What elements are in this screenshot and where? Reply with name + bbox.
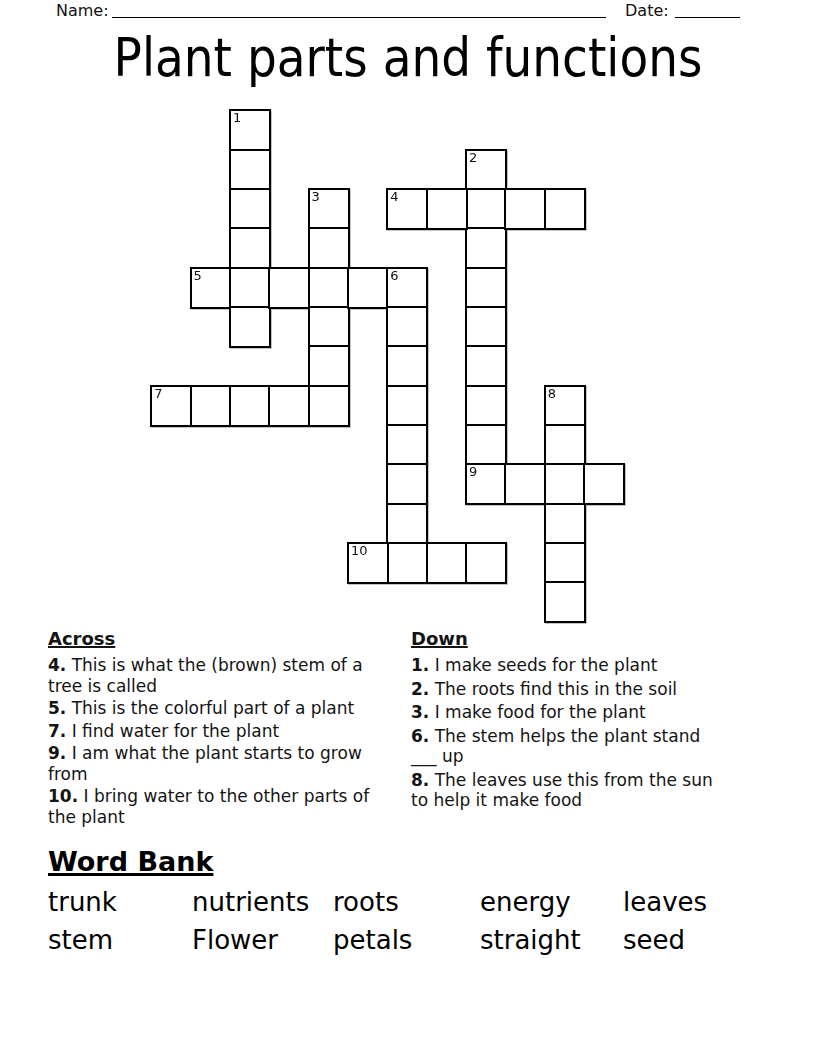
clue-text: The stem helps the plant stand ___ up	[411, 726, 700, 767]
down-clue-6: 6. The stem helps the plant stand ___ up	[411, 726, 756, 767]
word-bank-word-energy: energy	[480, 886, 571, 918]
grid-cell-r2c7[interactable]	[426, 188, 468, 230]
word-bank-word-leaves: leaves	[623, 886, 707, 918]
across-clue-list: 4. This is what the (brown) stem of a tr…	[48, 655, 410, 827]
grid-cell-r7c8[interactable]	[465, 385, 507, 427]
grid-cell-r4c4[interactable]	[308, 267, 350, 309]
grid-cell-r1c8[interactable]: 2	[465, 149, 507, 191]
down-clue-8: 8. The leaves use this from the sun to h…	[411, 770, 756, 811]
down-clue-2: 2. The roots find this in the soil	[411, 679, 756, 700]
across-clue-4: 4. This is what the (brown) stem of a tr…	[48, 655, 410, 696]
grid-cell-r8c8[interactable]	[465, 424, 507, 466]
grid-cell-r8c6[interactable]	[386, 424, 428, 466]
cell-number-4: 4	[390, 190, 398, 203]
page-title: Plant parts and functions	[53, 28, 763, 88]
word-bank-word-straight: straight	[480, 924, 581, 956]
grid-cell-r2c4[interactable]: 3	[308, 188, 350, 230]
cell-number-7: 7	[154, 387, 162, 400]
clue-number-label: 5.	[48, 698, 66, 718]
down-clue-1: 1. I make seeds for the plant	[411, 655, 756, 676]
crossword-grid: 12934567810	[152, 111, 625, 624]
down-heading: Down	[411, 629, 756, 648]
grid-cell-r2c9[interactable]	[504, 188, 546, 230]
date-label: Date:	[625, 2, 669, 20]
word-bank-row-2: stemFlowerpetalsstraightseed	[48, 924, 786, 958]
grid-cell-r4c1[interactable]: 5	[190, 267, 232, 309]
clue-text: This is the colorful part of a plant	[72, 698, 354, 718]
clue-number-label: 10.	[48, 786, 78, 806]
clue-text: I find water for the plant	[72, 721, 279, 741]
word-bank: Word Bank trunknutrientsrootsenergyleave…	[48, 847, 786, 977]
clue-number-label: 3.	[411, 702, 429, 722]
cell-number-8: 8	[548, 387, 556, 400]
name-label: Name:	[56, 2, 109, 20]
grid-cell-r4c6[interactable]: 6	[386, 267, 428, 309]
grid-cell-r9c11[interactable]	[583, 463, 625, 505]
clue-text: I make seeds for the plant	[435, 655, 658, 675]
grid-cell-r11c6[interactable]	[386, 542, 428, 584]
grid-cell-r5c4[interactable]	[308, 306, 350, 348]
word-bank-word-nutrients: nutrients	[192, 886, 309, 918]
grid-cell-r9c6[interactable]	[386, 463, 428, 505]
across-clue-10: 10. I bring water to the other parts of …	[48, 786, 410, 827]
word-bank-word-petals: petals	[333, 924, 412, 956]
clue-text: I bring water to the other parts of the …	[48, 786, 369, 827]
clue-number-label: 1.	[411, 655, 429, 675]
grid-cell-r2c10[interactable]	[544, 188, 586, 230]
down-clue-list: 1. I make seeds for the plant2. The root…	[411, 655, 756, 811]
cell-number-5: 5	[194, 269, 202, 282]
cell-number-3: 3	[312, 190, 320, 203]
grid-cell-r11c5[interactable]: 10	[347, 542, 389, 584]
grid-cell-r3c4[interactable]	[308, 227, 350, 269]
grid-cell-r6c6[interactable]	[386, 345, 428, 387]
clue-number-label: 9.	[48, 743, 66, 763]
clue-text: The roots find this in the soil	[435, 679, 677, 699]
date-blank-line[interactable]	[675, 16, 740, 18]
cell-number-6: 6	[390, 269, 398, 282]
grid-cell-r4c8[interactable]	[465, 267, 507, 309]
word-bank-word-roots: roots	[333, 886, 399, 918]
across-clue-5: 5. This is the colorful part of a plant	[48, 698, 410, 719]
word-bank-word-flower: Flower	[192, 924, 278, 956]
grid-cell-r7c10[interactable]: 8	[544, 385, 586, 427]
grid-cell-r9c8[interactable]: 9	[465, 463, 507, 505]
grid-cell-r8c10[interactable]	[544, 424, 586, 466]
clue-number-label: 4.	[48, 655, 66, 675]
grid-cell-r7c4[interactable]	[308, 385, 350, 427]
clue-number-label: 8.	[411, 770, 429, 790]
grid-cell-r11c7[interactable]	[426, 542, 468, 584]
cell-number-10: 10	[351, 544, 368, 557]
grid-cell-r4c2[interactable]	[229, 267, 271, 309]
word-bank-word-seed: seed	[623, 924, 685, 956]
clue-number-label: 6.	[411, 726, 429, 746]
clue-text: I am what the plant starts to grow from	[48, 743, 362, 784]
grid-cell-r5c6[interactable]	[386, 306, 428, 348]
across-clue-7: 7. I find water for the plant	[48, 721, 410, 742]
grid-cell-r12c10[interactable]	[544, 581, 586, 623]
grid-cell-r4c5[interactable]	[347, 267, 389, 309]
clue-number-label: 7.	[48, 721, 66, 741]
across-clues-section: Across 4. This is what the (brown) stem …	[48, 629, 410, 829]
down-clue-3: 3. I make food for the plant	[411, 702, 756, 723]
grid-cell-r7c1[interactable]	[190, 385, 232, 427]
clue-text: The leaves use this from the sun to help…	[411, 770, 713, 811]
grid-cell-r2c6[interactable]: 4	[386, 188, 428, 230]
grid-cell-r11c10[interactable]	[544, 542, 586, 584]
grid-cell-r5c2[interactable]	[229, 306, 271, 348]
word-bank-word-stem: stem	[48, 924, 113, 956]
grid-cell-r6c8[interactable]	[465, 345, 507, 387]
clue-text: This is what the (brown) stem of a tree …	[48, 655, 363, 696]
grid-cell-r3c2[interactable]	[229, 227, 271, 269]
across-heading: Across	[48, 629, 410, 648]
word-bank-row-1: trunknutrientsrootsenergyleaves	[48, 886, 786, 920]
grid-cell-r7c6[interactable]	[386, 385, 428, 427]
grid-cell-r1c2[interactable]	[229, 149, 271, 191]
grid-cell-r0c2[interactable]: 1	[229, 109, 271, 151]
grid-cell-r7c0[interactable]: 7	[150, 385, 192, 427]
grid-cell-r4c3[interactable]	[268, 267, 310, 309]
clue-number-label: 2.	[411, 679, 429, 699]
word-bank-rows: trunknutrientsrootsenergyleavesstemFlowe…	[48, 847, 786, 977]
down-clues-section: Down 1. I make seeds for the plant2. The…	[411, 629, 756, 814]
grid-cell-r10c10[interactable]	[544, 503, 586, 545]
grid-cell-r3c8[interactable]	[465, 227, 507, 269]
cell-number-1: 1	[233, 111, 241, 124]
word-bank-word-trunk: trunk	[48, 886, 117, 918]
cell-number-2: 2	[469, 151, 477, 164]
grid-cell-r6c4[interactable]	[308, 345, 350, 387]
grid-cell-r7c3[interactable]	[268, 385, 310, 427]
clue-text: I make food for the plant	[435, 702, 646, 722]
across-clue-9: 9. I am what the plant starts to grow fr…	[48, 743, 410, 784]
grid-cell-r9c10[interactable]	[544, 463, 586, 505]
grid-cell-r2c2[interactable]	[229, 188, 271, 230]
grid-cell-r10c6[interactable]	[386, 503, 428, 545]
grid-cell-r5c8[interactable]	[465, 306, 507, 348]
grid-cell-r9c9[interactable]	[504, 463, 546, 505]
grid-cell-r2c8[interactable]	[465, 188, 507, 230]
grid-cell-r7c2[interactable]	[229, 385, 271, 427]
grid-cell-r11c8[interactable]	[465, 542, 507, 584]
name-blank-line[interactable]	[112, 16, 606, 18]
cell-number-9: 9	[469, 465, 477, 478]
